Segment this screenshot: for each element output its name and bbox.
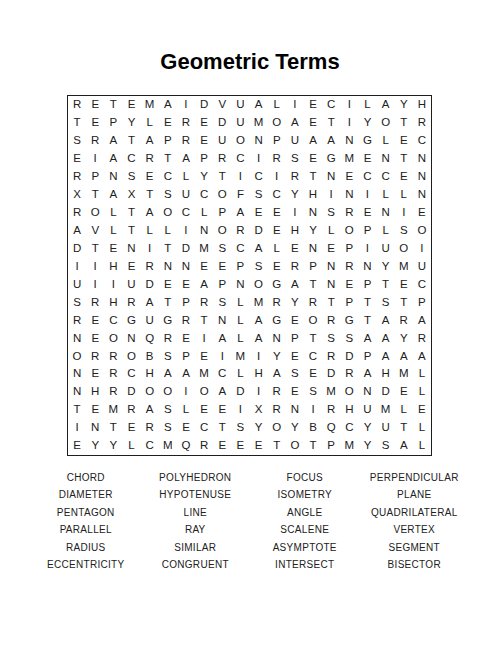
grid-cell: N — [322, 168, 340, 186]
grid-cell: P — [195, 150, 213, 168]
grid-cell: Y — [286, 419, 304, 437]
grid-cell: H — [340, 401, 358, 419]
grid-cell: R — [68, 204, 86, 222]
grid-cell: A — [231, 204, 249, 222]
grid-cell: M — [322, 383, 340, 401]
grid-cell: T — [141, 186, 159, 204]
grid-cell: S — [122, 168, 140, 186]
grid-cell: A — [104, 186, 122, 204]
grid-cell: T — [159, 240, 177, 258]
grid-cell: A — [358, 329, 376, 347]
grid-cell: D — [195, 96, 213, 114]
grid-cell: R — [286, 168, 304, 186]
grid-cell: C — [213, 365, 231, 383]
grid-cell: D — [231, 383, 249, 401]
grid-cell: I — [68, 258, 86, 276]
grid-cell: E — [304, 365, 322, 383]
grid-cell: E — [213, 437, 231, 455]
grid-cell: P — [86, 168, 104, 186]
grid-cell: C — [358, 168, 376, 186]
grid-cell: C — [104, 311, 122, 329]
grid-cell: E — [177, 419, 195, 437]
worksheet-page: Geometric Terms RETEMAIDVUALIECILAYHTEPY… — [0, 0, 500, 647]
word-list-item: HYPOTENUSE — [141, 486, 251, 503]
grid-cell: T — [377, 276, 395, 294]
grid-cell: X — [122, 186, 140, 204]
grid-cell: I — [177, 96, 195, 114]
word-list-item: PERPENDICULAR — [360, 469, 470, 486]
grid-cell: T — [358, 311, 376, 329]
grid-cell: A — [395, 437, 413, 455]
grid-cell: T — [268, 437, 286, 455]
grid-cell: U — [122, 276, 140, 294]
grid-cell: P — [177, 293, 195, 311]
grid-cell: O — [231, 132, 249, 150]
grid-cell: N — [122, 240, 140, 258]
word-list-item: RADIUS — [31, 539, 141, 556]
grid-cell: P — [213, 204, 231, 222]
word-list-item: LINE — [141, 504, 251, 521]
grid-cell: A — [358, 365, 376, 383]
word-list: CHORDDIAMETERPENTAGONPARALLELRADIUSECCEN… — [31, 469, 469, 573]
grid-cell: O — [413, 222, 431, 240]
grid-cell: N — [377, 150, 395, 168]
grid-cell: C — [322, 96, 340, 114]
grid-cell: E — [395, 168, 413, 186]
grid-cell: L — [141, 222, 159, 240]
grid-cell: T — [159, 150, 177, 168]
word-search-grid: RETEMAIDVUALIECILAYHTEPYLEREDUMOAETIYOTR… — [67, 95, 432, 456]
grid-cell: O — [213, 222, 231, 240]
grid-cell: G — [122, 311, 140, 329]
grid-cell: H — [304, 186, 322, 204]
word-list-item: INTERSECT — [250, 556, 360, 573]
word-list-item: PLANE — [360, 486, 470, 503]
grid-cell: I — [86, 276, 104, 294]
grid-cell: E — [122, 258, 140, 276]
grid-cell: N — [213, 311, 231, 329]
word-list-column: CHORDDIAMETERPENTAGONPARALLELRADIUSECCEN… — [31, 469, 141, 573]
grid-cell: E — [104, 240, 122, 258]
grid-cell: E — [68, 437, 86, 455]
grid-cell: O — [377, 114, 395, 132]
grid-cell: S — [159, 347, 177, 365]
word-list-item: QUADRILATERAL — [360, 504, 470, 521]
grid-cell: R — [195, 293, 213, 311]
grid-cell: U — [286, 132, 304, 150]
grid-cell: B — [304, 419, 322, 437]
grid-cell: Y — [249, 419, 267, 437]
grid-cell: S — [213, 293, 231, 311]
grid-cell: E — [268, 222, 286, 240]
grid-cell: N — [358, 383, 376, 401]
grid-cell: A — [413, 311, 431, 329]
grid-cell: O — [104, 329, 122, 347]
grid-cell: N — [231, 276, 249, 294]
grid-cell: T — [104, 419, 122, 437]
grid-cell: Y — [286, 293, 304, 311]
grid-cell: H — [249, 365, 267, 383]
grid-cell: A — [286, 276, 304, 294]
word-list-column: PERPENDICULARPLANEQUADRILATERALVERTEXSEG… — [360, 469, 470, 573]
grid-cell: R — [268, 383, 286, 401]
grid-cell: E — [86, 96, 104, 114]
grid-cell: I — [358, 240, 376, 258]
grid-cell: R — [322, 311, 340, 329]
grid-cell: C — [159, 168, 177, 186]
grid-cell: A — [286, 114, 304, 132]
grid-cell: P — [358, 222, 376, 240]
grid-cell: O — [249, 276, 267, 294]
grid-cell: N — [322, 258, 340, 276]
grid-cell: I — [231, 401, 249, 419]
grid-cell: L — [413, 419, 431, 437]
grid-cell: E — [322, 240, 340, 258]
grid-cell: E — [286, 347, 304, 365]
grid-cell: R — [68, 168, 86, 186]
grid-cell: H — [141, 365, 159, 383]
grid-cell: R — [322, 401, 340, 419]
word-list-item: SEGMENT — [360, 539, 470, 556]
grid-cell: A — [377, 347, 395, 365]
grid-cell: C — [268, 186, 286, 204]
grid-cell: I — [86, 258, 104, 276]
grid-cell: U — [141, 311, 159, 329]
grid-cell: R — [122, 401, 140, 419]
grid-cell: C — [249, 168, 267, 186]
grid-cell: N — [413, 186, 431, 204]
grid-cell: O — [395, 240, 413, 258]
grid-cell: A — [249, 311, 267, 329]
grid-cell: E — [231, 437, 249, 455]
grid-cell: C — [122, 150, 140, 168]
grid-cell: Y — [304, 222, 322, 240]
grid-cell: E — [86, 365, 104, 383]
grid-cell: I — [177, 383, 195, 401]
grid-cell: C — [340, 419, 358, 437]
grid-cell: N — [177, 258, 195, 276]
grid-cell: D — [213, 114, 231, 132]
grid-cell: E — [195, 132, 213, 150]
grid-cell: O — [304, 311, 322, 329]
grid-cell: S — [159, 401, 177, 419]
grid-cell: I — [395, 204, 413, 222]
grid-cell: E — [304, 96, 322, 114]
grid-cell: A — [159, 365, 177, 383]
grid-cell: G — [322, 150, 340, 168]
grid-cell: S — [159, 419, 177, 437]
grid-cell: R — [104, 347, 122, 365]
grid-cell: T — [358, 293, 376, 311]
grid-cell: C — [195, 186, 213, 204]
grid-cell: R — [304, 293, 322, 311]
grid-cell: U — [377, 419, 395, 437]
grid-cell: M — [340, 150, 358, 168]
grid-cell: N — [195, 222, 213, 240]
grid-cell: T — [395, 293, 413, 311]
word-list-item: POLYHEDRON — [141, 469, 251, 486]
word-list-item: ASYMPTOTE — [250, 539, 360, 556]
grid-cell: O — [340, 222, 358, 240]
grid-cell: M — [377, 401, 395, 419]
grid-cell: Y — [395, 96, 413, 114]
grid-cell: T — [122, 132, 140, 150]
grid-cell: E — [86, 401, 104, 419]
grid-cell: H — [377, 365, 395, 383]
grid-cell: S — [231, 419, 249, 437]
grid-cell: L — [395, 186, 413, 204]
grid-cell: T — [122, 204, 140, 222]
grid-cell: D — [141, 276, 159, 294]
grid-cell: C — [231, 150, 249, 168]
grid-cell: Q — [177, 437, 195, 455]
grid-cell: S — [159, 186, 177, 204]
grid-cell: P — [268, 132, 286, 150]
grid-cell: I — [249, 383, 267, 401]
grid-cell: A — [159, 96, 177, 114]
grid-cell: N — [413, 168, 431, 186]
grid-cell: E — [268, 258, 286, 276]
grid-cell: E — [249, 437, 267, 455]
grid-cell: N — [304, 204, 322, 222]
grid-cell: I — [195, 329, 213, 347]
grid-cell: C — [195, 419, 213, 437]
grid-cell: N — [304, 240, 322, 258]
grid-cell: E — [395, 383, 413, 401]
grid-cell: N — [122, 329, 140, 347]
grid-cell: L — [177, 401, 195, 419]
grid-cell: L — [141, 114, 159, 132]
puzzle-title: Geometric Terms — [0, 49, 500, 75]
grid-cell: O — [268, 114, 286, 132]
grid-cell: Y — [104, 437, 122, 455]
word-list-item: DIAMETER — [31, 486, 141, 503]
grid-cell: U — [413, 258, 431, 276]
grid-cell: D — [122, 383, 140, 401]
grid-cell: M — [395, 258, 413, 276]
grid-cell: R — [141, 419, 159, 437]
grid-cell: P — [322, 437, 340, 455]
grid-cell: M — [340, 437, 358, 455]
grid-cell: E — [159, 276, 177, 294]
grid-cell: U — [358, 401, 376, 419]
grid-cell: E — [358, 150, 376, 168]
word-list-column: POLYHEDRONHYPOTENUSELINERAYSIMILARCONGRU… — [141, 469, 251, 573]
grid-cell: N — [68, 329, 86, 347]
grid-cell: T — [86, 240, 104, 258]
grid-cell: O — [340, 383, 358, 401]
grid-cell: I — [413, 240, 431, 258]
grid-cell: G — [159, 311, 177, 329]
grid-cell: V — [86, 222, 104, 240]
grid-cell: L — [195, 204, 213, 222]
grid-cell: R — [231, 222, 249, 240]
grid-cell: X — [249, 401, 267, 419]
grid-cell: N — [286, 401, 304, 419]
grid-cell: S — [322, 329, 340, 347]
grid-cell: L — [268, 240, 286, 258]
grid-cell: N — [159, 258, 177, 276]
grid-cell: R — [104, 383, 122, 401]
grid-cell: S — [304, 383, 322, 401]
grid-cell: L — [322, 222, 340, 240]
grid-cell: R — [177, 311, 195, 329]
grid-cell: O — [286, 437, 304, 455]
grid-cell: T — [68, 114, 86, 132]
word-list-item: SCALENE — [250, 521, 360, 538]
grid-cell: H — [104, 293, 122, 311]
grid-cell: N — [322, 276, 340, 294]
grid-cell: N — [68, 383, 86, 401]
grid-cell: A — [104, 132, 122, 150]
grid-cell: L — [177, 168, 195, 186]
grid-cell: G — [268, 311, 286, 329]
grid-cell: T — [104, 96, 122, 114]
grid-cell: A — [141, 204, 159, 222]
grid-cell: A — [377, 96, 395, 114]
grid-cell: R — [68, 311, 86, 329]
grid-cell: S — [213, 240, 231, 258]
grid-cell: E — [195, 401, 213, 419]
grid-cell: I — [322, 186, 340, 204]
grid-cell: P — [286, 329, 304, 347]
grid-cell: R — [86, 132, 104, 150]
grid-cell: R — [195, 437, 213, 455]
grid-cell: R — [340, 365, 358, 383]
grid-cell: P — [413, 293, 431, 311]
word-list-item: BISECTOR — [360, 556, 470, 573]
grid-cell: A — [249, 240, 267, 258]
grid-cell: T — [304, 437, 322, 455]
grid-cell: E — [195, 347, 213, 365]
grid-cell: A — [213, 383, 231, 401]
grid-cell: I — [231, 168, 249, 186]
grid-cell: A — [268, 365, 286, 383]
grid-cell: A — [395, 347, 413, 365]
grid-cell: U — [377, 240, 395, 258]
grid-cell: A — [322, 132, 340, 150]
grid-cell: Y — [122, 114, 140, 132]
grid-cell: E — [122, 96, 140, 114]
grid-cell: P — [177, 347, 195, 365]
grid-cell: Y — [395, 329, 413, 347]
grid-cell: E — [286, 311, 304, 329]
grid-cell: T — [213, 168, 231, 186]
grid-cell: S — [68, 132, 86, 150]
grid-cell: A — [177, 365, 195, 383]
grid-cell: M — [231, 347, 249, 365]
grid-cell: E — [195, 114, 213, 132]
word-list-item: PENTAGON — [31, 504, 141, 521]
grid-cell: A — [177, 150, 195, 168]
grid-cell: I — [249, 150, 267, 168]
grid-cell: N — [358, 258, 376, 276]
grid-cell: S — [68, 293, 86, 311]
grid-cell: M — [104, 401, 122, 419]
grid-cell: R — [286, 258, 304, 276]
grid-cell: I — [340, 96, 358, 114]
grid-cell: L — [413, 365, 431, 383]
grid-cell: S — [377, 437, 395, 455]
grid-cell: Y — [358, 419, 376, 437]
grid-cell: T — [322, 114, 340, 132]
grid-cell: R — [177, 114, 195, 132]
grid-cell: H — [104, 258, 122, 276]
grid-cell: H — [286, 222, 304, 240]
grid-cell: L — [377, 132, 395, 150]
grid-cell: N — [104, 168, 122, 186]
grid-cell: E — [249, 204, 267, 222]
grid-cell: C — [177, 204, 195, 222]
grid-cell: N — [68, 365, 86, 383]
grid-cell: A — [377, 329, 395, 347]
grid-cell: I — [249, 347, 267, 365]
grid-cell: E — [86, 329, 104, 347]
grid-cell: U — [177, 186, 195, 204]
grid-cell: I — [268, 168, 286, 186]
grid-cell: E — [395, 276, 413, 294]
grid-cell: E — [141, 168, 159, 186]
grid-cell: O — [86, 204, 104, 222]
grid-cell: N — [377, 204, 395, 222]
grid-cell: X — [68, 186, 86, 204]
grid-cell: A — [68, 222, 86, 240]
grid-cell: G — [268, 276, 286, 294]
grid-cell: P — [358, 347, 376, 365]
grid-cell: L — [268, 96, 286, 114]
grid-cell: T — [395, 114, 413, 132]
grid-cell: H — [86, 383, 104, 401]
grid-cell: P — [358, 276, 376, 294]
word-list-item: FOCUS — [250, 469, 360, 486]
grid-cell: I — [213, 347, 231, 365]
grid-cell: D — [68, 240, 86, 258]
grid-cell: P — [340, 293, 358, 311]
word-list-column: FOCUSISOMETRYANGLESCALENEASYMPTOTEINTERS… — [250, 469, 360, 573]
grid-cell: P — [213, 276, 231, 294]
grid-cell: T — [395, 419, 413, 437]
grid-cell: R — [268, 293, 286, 311]
grid-cell: O — [195, 383, 213, 401]
grid-cell: R — [104, 365, 122, 383]
grid-cell: N — [249, 132, 267, 150]
grid-cell: O — [68, 347, 86, 365]
grid-cell: Y — [286, 186, 304, 204]
grid-cell: O — [268, 419, 286, 437]
grid-cell: I — [86, 150, 104, 168]
grid-cell: S — [340, 329, 358, 347]
grid-cell: D — [377, 383, 395, 401]
grid-cell: R — [213, 150, 231, 168]
grid-cell: I — [104, 276, 122, 294]
grid-cell: E — [177, 329, 195, 347]
grid-cell: L — [377, 222, 395, 240]
grid-cell: T — [395, 150, 413, 168]
grid-cell: R — [141, 258, 159, 276]
grid-cell: E — [122, 419, 140, 437]
grid-cell: M — [141, 96, 159, 114]
grid-cell: E — [86, 114, 104, 132]
grid-cell: U — [68, 276, 86, 294]
grid-cell: A — [377, 311, 395, 329]
grid-cell: A — [249, 329, 267, 347]
grid-cell: R — [86, 293, 104, 311]
grid-cell: T — [322, 293, 340, 311]
grid-cell: E — [159, 114, 177, 132]
grid-cell: L — [413, 383, 431, 401]
grid-cell: I — [68, 419, 86, 437]
grid-cell: Q — [141, 329, 159, 347]
